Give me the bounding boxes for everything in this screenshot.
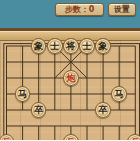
piece-兵-red[interactable]: 兵 [0,134,14,140]
piece-士-black[interactable]: 士 [47,38,63,54]
piece-象-black[interactable]: 象 [31,38,47,54]
piece-炮-red[interactable]: 炮 [63,70,79,86]
piece-马-black[interactable]: 马 [111,86,127,102]
move-counter-badge: 步数：0 [55,3,104,16]
piece-卒-black[interactable]: 卒 [31,102,47,118]
piece-label: 炮 [66,74,75,83]
piece-兵-red[interactable]: 兵 [63,134,79,140]
piece-label: 卒 [34,106,43,115]
settings-button[interactable]: 设置 [108,3,136,16]
xiangqi-app-screen: 步数：0 设置 象士将士象炮马马卒卒兵兵兵 [0,0,140,140]
piece-label: 兵 [66,138,75,141]
piece-士-black[interactable]: 士 [79,38,95,54]
piece-兵-red[interactable]: 兵 [127,134,140,140]
piece-label: 士 [82,42,91,51]
move-counter-label: 步数：0 [65,6,95,14]
piece-label: 马 [115,90,124,99]
piece-label: 将 [66,42,75,51]
piece-将-black[interactable]: 将 [63,38,79,54]
piece-label: 兵 [2,138,11,141]
piece-label: 象 [34,42,43,51]
piece-label: 卒 [99,106,108,115]
piece-象-black[interactable]: 象 [95,38,111,54]
settings-button-label: 设置 [114,6,130,14]
top-bar: 步数：0 设置 [0,0,140,28]
xiangqi-board[interactable]: 象士将士象炮马马卒卒兵兵兵 [0,38,140,140]
piece-label: 兵 [131,138,140,141]
piece-卒-black[interactable]: 卒 [95,102,111,118]
piece-马-black[interactable]: 马 [15,86,31,102]
piece-label: 士 [50,42,59,51]
piece-label: 象 [99,42,108,51]
piece-label: 马 [18,90,27,99]
